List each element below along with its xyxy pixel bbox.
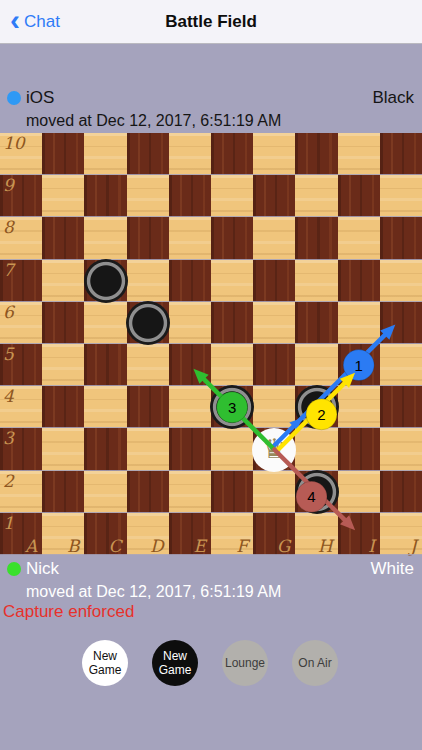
top-player-side: Black <box>372 88 414 108</box>
square-A7[interactable]: 7 <box>0 260 42 302</box>
square-H7[interactable] <box>295 260 337 302</box>
square-A1[interactable]: 1A <box>0 513 42 555</box>
square-F6[interactable] <box>211 302 253 344</box>
app-screen: ‹ Chat Battle Field iOS Black moved at D… <box>0 0 422 750</box>
action-buttons-row: New GameNew GameLoungeOn Air <box>0 640 422 686</box>
new-game-black-button[interactable]: New Game <box>152 640 198 686</box>
square-E5[interactable] <box>169 344 211 386</box>
black-man-h4[interactable] <box>295 385 339 429</box>
rule-status-label: Capture enforced <box>3 602 134 622</box>
square-E7[interactable] <box>169 260 211 302</box>
square-E8[interactable] <box>169 217 211 259</box>
square-E3[interactable] <box>169 428 211 470</box>
square-B6[interactable] <box>42 302 84 344</box>
black-man-d6[interactable] <box>126 301 170 345</box>
square-G1[interactable]: G <box>253 513 295 555</box>
square-C5[interactable] <box>84 344 126 386</box>
square-D10[interactable] <box>127 133 169 175</box>
new-game-white-button[interactable]: New Game <box>82 640 128 686</box>
bottom-player-name: Nick <box>26 559 59 579</box>
square-E10[interactable] <box>169 133 211 175</box>
white-king-g3[interactable]: ♛ <box>252 428 296 472</box>
bottom-player-status-dot <box>7 562 21 576</box>
square-J5[interactable] <box>380 344 422 386</box>
square-I6[interactable] <box>338 302 380 344</box>
square-A8[interactable]: 8 <box>0 217 42 259</box>
square-C3[interactable] <box>84 428 126 470</box>
square-G2[interactable] <box>253 471 295 513</box>
row-label-3: 3 <box>3 428 14 448</box>
top-player-moved: moved at Dec 12, 2017, 6:51:19 AM <box>26 112 422 130</box>
square-J1[interactable]: J <box>380 513 422 555</box>
top-player-name: iOS <box>26 88 54 108</box>
black-man-h2[interactable] <box>295 470 339 514</box>
square-A6[interactable]: 6 <box>0 302 42 344</box>
square-C10[interactable] <box>84 133 126 175</box>
square-J7[interactable] <box>380 260 422 302</box>
square-D3[interactable] <box>127 428 169 470</box>
square-A2[interactable]: 2 <box>0 471 42 513</box>
square-I10[interactable] <box>338 133 380 175</box>
col-label-I: I <box>368 537 375 555</box>
col-label-E: E <box>194 537 206 555</box>
square-I9[interactable] <box>338 175 380 217</box>
square-J8[interactable] <box>380 217 422 259</box>
square-E6[interactable] <box>169 302 211 344</box>
row-label-6: 6 <box>3 302 14 322</box>
square-F7[interactable] <box>211 260 253 302</box>
square-H10[interactable] <box>295 133 337 175</box>
square-D4[interactable] <box>127 386 169 428</box>
col-label-A: A <box>25 537 37 555</box>
square-B1[interactable]: B <box>42 513 84 555</box>
row-label-8: 8 <box>3 217 14 237</box>
page-title: Battle Field <box>0 0 422 43</box>
square-H9[interactable] <box>295 175 337 217</box>
new-game-white-button-label: New Game <box>88 649 122 678</box>
square-G8[interactable] <box>253 217 295 259</box>
square-H3[interactable] <box>295 428 337 470</box>
square-C6[interactable] <box>84 302 126 344</box>
square-H8[interactable] <box>295 217 337 259</box>
on-air-button-label: On Air <box>293 656 337 670</box>
bottom-player-side: White <box>371 559 414 579</box>
square-G5[interactable] <box>253 344 295 386</box>
square-D8[interactable] <box>127 217 169 259</box>
black-man-c7[interactable] <box>84 259 128 303</box>
square-D7[interactable] <box>127 260 169 302</box>
square-H1[interactable]: H <box>295 513 337 555</box>
checkers-board: 10987654321ABCDEFGHIJ♛ <box>0 133 422 555</box>
row-label-7: 7 <box>3 260 14 280</box>
row-label-9: 9 <box>3 175 14 195</box>
square-I2[interactable] <box>338 471 380 513</box>
square-F5[interactable] <box>211 344 253 386</box>
col-label-C: C <box>109 537 122 555</box>
square-G6[interactable] <box>253 302 295 344</box>
square-B4[interactable] <box>42 386 84 428</box>
square-B9[interactable] <box>42 175 84 217</box>
square-C8[interactable] <box>84 217 126 259</box>
square-I4[interactable] <box>338 386 380 428</box>
row-label-2: 2 <box>3 471 14 491</box>
square-A4[interactable]: 4 <box>0 386 42 428</box>
square-C9[interactable] <box>84 175 126 217</box>
bottom-player-row: Nick White <box>0 559 422 579</box>
square-E4[interactable] <box>169 386 211 428</box>
square-E9[interactable] <box>169 175 211 217</box>
square-I8[interactable] <box>338 217 380 259</box>
square-G4[interactable] <box>253 386 295 428</box>
nav-bar: ‹ Chat Battle Field <box>0 0 422 44</box>
on-air-button[interactable]: On Air <box>292 640 338 686</box>
square-G9[interactable] <box>253 175 295 217</box>
top-player-status-dot <box>7 91 21 105</box>
col-label-H: H <box>318 537 333 555</box>
square-A9[interactable]: 9 <box>0 175 42 217</box>
top-player-row: iOS Black <box>0 88 422 108</box>
square-B7[interactable] <box>42 260 84 302</box>
col-label-G: G <box>277 537 291 555</box>
col-label-F: F <box>236 537 248 555</box>
square-C2[interactable] <box>84 471 126 513</box>
square-H5[interactable] <box>295 344 337 386</box>
square-J10[interactable] <box>380 133 422 175</box>
square-F1[interactable]: F <box>211 513 253 555</box>
square-A5[interactable]: 5 <box>0 344 42 386</box>
square-J3[interactable] <box>380 428 422 470</box>
square-J9[interactable] <box>380 175 422 217</box>
lounge-button[interactable]: Lounge <box>222 640 268 686</box>
row-label-1: 1 <box>3 513 14 533</box>
square-B5[interactable] <box>42 344 84 386</box>
square-F9[interactable] <box>211 175 253 217</box>
square-F8[interactable] <box>211 217 253 259</box>
square-B2[interactable] <box>42 471 84 513</box>
bottom-player-moved: moved at Dec 12, 2017, 6:51:19 AM <box>26 583 422 601</box>
new-game-black-button-label: New Game <box>158 649 192 678</box>
square-D1[interactable]: D <box>127 513 169 555</box>
square-E1[interactable]: E <box>169 513 211 555</box>
row-label-4: 4 <box>3 386 14 406</box>
square-G10[interactable] <box>253 133 295 175</box>
square-I5[interactable] <box>338 344 380 386</box>
square-J4[interactable] <box>380 386 422 428</box>
square-A10[interactable]: 10 <box>0 133 42 175</box>
square-D9[interactable] <box>127 175 169 217</box>
square-C1[interactable]: C <box>84 513 126 555</box>
square-B10[interactable] <box>42 133 84 175</box>
square-D5[interactable] <box>127 344 169 386</box>
square-J6[interactable] <box>380 302 422 344</box>
square-H6[interactable] <box>295 302 337 344</box>
square-J2[interactable] <box>380 471 422 513</box>
square-I1[interactable]: I <box>338 513 380 555</box>
square-I3[interactable] <box>338 428 380 470</box>
row-label-5: 5 <box>3 344 14 364</box>
square-I7[interactable] <box>338 260 380 302</box>
square-G7[interactable] <box>253 260 295 302</box>
square-C4[interactable] <box>84 386 126 428</box>
square-F2[interactable] <box>211 471 253 513</box>
square-F10[interactable] <box>211 133 253 175</box>
square-A3[interactable]: 3 <box>0 428 42 470</box>
col-label-J: J <box>410 537 417 555</box>
col-label-D: D <box>150 537 164 555</box>
col-label-B: B <box>67 537 80 555</box>
square-B8[interactable] <box>42 217 84 259</box>
row-label-10: 10 <box>3 133 25 153</box>
king-crown-icon: ♛ <box>262 435 286 462</box>
square-D2[interactable] <box>127 471 169 513</box>
square-E2[interactable] <box>169 471 211 513</box>
square-B3[interactable] <box>42 428 84 470</box>
lounge-button-label: Lounge <box>223 656 267 670</box>
square-F3[interactable] <box>211 428 253 470</box>
